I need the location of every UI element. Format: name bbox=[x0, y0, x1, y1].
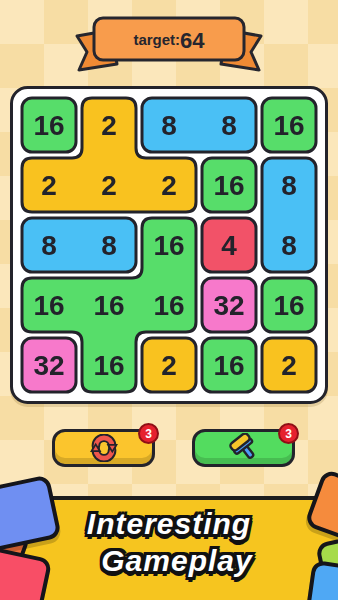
target-banner: target:64 bbox=[69, 14, 269, 80]
cell-r2c4-value: 16 bbox=[213, 170, 244, 201]
cell-r4c1-value: 16 bbox=[33, 290, 64, 321]
target-label: target: bbox=[133, 31, 180, 48]
cell-r2c5-value: 8 bbox=[281, 170, 297, 201]
cell-r2c3-value: 2 bbox=[161, 170, 177, 201]
cell-r4c3-value: 16 bbox=[153, 290, 184, 321]
cell-r3c1-value: 8 bbox=[41, 230, 57, 261]
hammer-count-badge: 3 bbox=[278, 423, 299, 444]
cell-r4c2-value: 16 bbox=[93, 290, 124, 321]
cell-r2c1-value: 2 bbox=[41, 170, 57, 201]
cell-r4c4-value: 32 bbox=[213, 290, 244, 321]
hammer-icon bbox=[229, 433, 259, 463]
footer-line1: Interesting bbox=[0, 505, 338, 542]
footer-line2: Gameplay bbox=[16, 542, 338, 579]
target-value: 64 bbox=[180, 28, 205, 53]
cell-r5c1-value: 32 bbox=[33, 350, 64, 381]
phone-screen: target:64 16 2 8 8 16 2 2 2 16 8 8 8 16 bbox=[0, 0, 338, 600]
shuffle-icon bbox=[90, 434, 118, 462]
cell-r1c2-value: 2 bbox=[101, 110, 117, 141]
cell-r5c2-value: 16 bbox=[93, 350, 124, 381]
shuffle-button[interactable]: 3 bbox=[52, 429, 155, 467]
cell-r1c3-value: 8 bbox=[161, 110, 177, 141]
cell-r3c5-value: 8 bbox=[281, 230, 297, 261]
shuffle-count-badge: 3 bbox=[138, 423, 159, 444]
footer-slogan: Interesting Gameplay bbox=[0, 505, 338, 579]
cell-r3c2-value: 8 bbox=[101, 230, 117, 261]
game-board: 16 2 8 8 16 2 2 2 16 8 8 8 16 4 8 16 16 … bbox=[10, 86, 328, 404]
cell-r4c5-value: 16 bbox=[273, 290, 304, 321]
hammer-button[interactable]: 3 bbox=[192, 429, 295, 467]
cell-r3c4-value: 4 bbox=[221, 230, 237, 261]
cell-r1c4-value: 8 bbox=[221, 110, 237, 141]
tile-blue-domino-left[interactable] bbox=[22, 218, 136, 272]
cell-r5c3-value: 2 bbox=[161, 350, 177, 381]
cell-r1c5-value: 16 bbox=[273, 110, 304, 141]
cell-r5c4-value: 16 bbox=[213, 350, 244, 381]
cell-r3c3-value: 16 bbox=[153, 230, 184, 261]
cell-r2c2-value: 2 bbox=[101, 170, 117, 201]
tile-blue-domino-top[interactable] bbox=[142, 98, 256, 152]
cell-r1c1-value: 16 bbox=[33, 110, 64, 141]
cell-r5c5-value: 2 bbox=[281, 350, 297, 381]
